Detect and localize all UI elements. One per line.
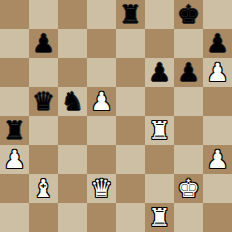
- square-g2[interactable]: ♚: [174, 174, 203, 203]
- square-g7[interactable]: [174, 29, 203, 58]
- square-d8[interactable]: [87, 0, 116, 29]
- black-king-g8[interactable]: ♚: [177, 0, 199, 29]
- square-d6[interactable]: [87, 58, 116, 87]
- square-g8[interactable]: ♚: [174, 0, 203, 29]
- square-d3[interactable]: [87, 145, 116, 174]
- square-c4[interactable]: [58, 116, 87, 145]
- square-f7[interactable]: [145, 29, 174, 58]
- square-f2[interactable]: [145, 174, 174, 203]
- square-h7[interactable]: ♟: [203, 29, 232, 58]
- black-queen-b5[interactable]: ♛: [32, 87, 54, 116]
- square-e4[interactable]: [116, 116, 145, 145]
- square-h3[interactable]: ♟: [203, 145, 232, 174]
- white-queen-d2[interactable]: ♛: [90, 174, 112, 203]
- white-rook-f1[interactable]: ♜: [148, 203, 170, 232]
- square-g6[interactable]: ♟: [174, 58, 203, 87]
- square-f6[interactable]: ♟: [145, 58, 174, 87]
- white-pawn-a3[interactable]: ♟: [3, 145, 25, 174]
- square-a3[interactable]: ♟: [0, 145, 29, 174]
- black-rook-e8[interactable]: ♜: [119, 0, 141, 29]
- square-f5[interactable]: [145, 87, 174, 116]
- square-e2[interactable]: [116, 174, 145, 203]
- square-a6[interactable]: [0, 58, 29, 87]
- square-f4[interactable]: ♜: [145, 116, 174, 145]
- black-pawn-b7[interactable]: ♟: [32, 29, 54, 58]
- square-e1[interactable]: [116, 203, 145, 232]
- white-king-g2[interactable]: ♚: [177, 174, 199, 203]
- square-b8[interactable]: [29, 0, 58, 29]
- square-b3[interactable]: [29, 145, 58, 174]
- square-a5[interactable]: [0, 87, 29, 116]
- square-d1[interactable]: [87, 203, 116, 232]
- square-d5[interactable]: ♟: [87, 87, 116, 116]
- square-a7[interactable]: [0, 29, 29, 58]
- square-c7[interactable]: [58, 29, 87, 58]
- square-d4[interactable]: [87, 116, 116, 145]
- square-e3[interactable]: [116, 145, 145, 174]
- square-c5[interactable]: ♞: [58, 87, 87, 116]
- black-pawn-g6[interactable]: ♟: [177, 58, 199, 87]
- square-b1[interactable]: [29, 203, 58, 232]
- square-e5[interactable]: [116, 87, 145, 116]
- square-b6[interactable]: [29, 58, 58, 87]
- square-h1[interactable]: [203, 203, 232, 232]
- black-pawn-h7[interactable]: ♟: [206, 29, 228, 58]
- square-a1[interactable]: [0, 203, 29, 232]
- square-b2[interactable]: ♝: [29, 174, 58, 203]
- white-bishop-b2[interactable]: ♝: [32, 174, 54, 203]
- square-h4[interactable]: [203, 116, 232, 145]
- square-c2[interactable]: [58, 174, 87, 203]
- square-e6[interactable]: [116, 58, 145, 87]
- black-pawn-f6[interactable]: ♟: [148, 58, 170, 87]
- square-h5[interactable]: [203, 87, 232, 116]
- square-e8[interactable]: ♜: [116, 0, 145, 29]
- white-pawn-d5[interactable]: ♟: [90, 87, 112, 116]
- square-c3[interactable]: [58, 145, 87, 174]
- square-c1[interactable]: [58, 203, 87, 232]
- white-pawn-h6[interactable]: ♟: [206, 58, 228, 87]
- square-d7[interactable]: [87, 29, 116, 58]
- square-h2[interactable]: [203, 174, 232, 203]
- square-g5[interactable]: [174, 87, 203, 116]
- square-g4[interactable]: [174, 116, 203, 145]
- square-a8[interactable]: [0, 0, 29, 29]
- black-knight-c5[interactable]: ♞: [61, 87, 83, 116]
- square-b7[interactable]: ♟: [29, 29, 58, 58]
- square-a2[interactable]: [0, 174, 29, 203]
- square-f3[interactable]: [145, 145, 174, 174]
- white-pawn-h3[interactable]: ♟: [206, 145, 228, 174]
- square-e7[interactable]: [116, 29, 145, 58]
- square-h6[interactable]: ♟: [203, 58, 232, 87]
- square-g3[interactable]: [174, 145, 203, 174]
- square-f1[interactable]: ♜: [145, 203, 174, 232]
- square-h8[interactable]: [203, 0, 232, 29]
- square-g1[interactable]: [174, 203, 203, 232]
- square-c6[interactable]: [58, 58, 87, 87]
- square-b4[interactable]: [29, 116, 58, 145]
- square-c8[interactable]: [58, 0, 87, 29]
- chess-board: ♜♚♟♟♟♟♟♛♞♟♜♜♟♟♝♛♚♜: [0, 0, 232, 232]
- black-rook-a4[interactable]: ♜: [3, 116, 25, 145]
- square-a4[interactable]: ♜: [0, 116, 29, 145]
- square-b5[interactable]: ♛: [29, 87, 58, 116]
- square-d2[interactable]: ♛: [87, 174, 116, 203]
- square-f8[interactable]: [145, 0, 174, 29]
- white-rook-f4[interactable]: ♜: [148, 116, 170, 145]
